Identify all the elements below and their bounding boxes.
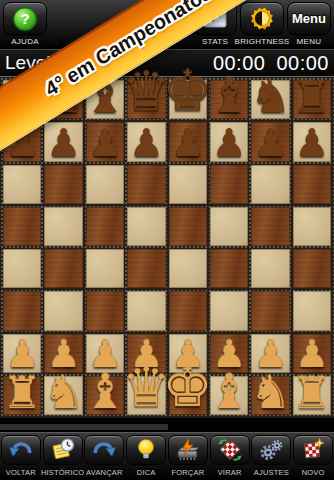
square-d7[interactable]: ♟ bbox=[127, 122, 165, 161]
undo-label: VOLTAR bbox=[6, 468, 36, 477]
square-a3[interactable] bbox=[3, 291, 41, 330]
hint-label: DICA bbox=[137, 468, 156, 477]
flip-board-button[interactable]: VIRAR bbox=[209, 435, 250, 477]
piece-white-bishop-f1: ♝ bbox=[208, 367, 251, 415]
new-game-button[interactable]: NOVO bbox=[293, 435, 334, 477]
piece-black-pawn-b7: ♟ bbox=[47, 124, 81, 162]
notes-clock-icon bbox=[50, 438, 76, 462]
brightness-button[interactable]: BRIGHTNESS bbox=[240, 2, 284, 46]
square-a4[interactable] bbox=[3, 249, 41, 288]
piece-white-pawn-c2: ♟ bbox=[88, 335, 122, 373]
undo-arrow-icon bbox=[8, 438, 34, 462]
piece-black-pawn-c7: ♟ bbox=[88, 124, 122, 162]
force-move-button[interactable]: FORÇAR bbox=[167, 435, 208, 477]
square-g6[interactable] bbox=[251, 165, 289, 204]
svg-text:?: ? bbox=[20, 10, 29, 27]
brightness-label: BRIGHTNESS bbox=[235, 37, 290, 46]
piece-white-pawn-g2: ♟ bbox=[253, 335, 287, 373]
square-e7[interactable]: ♟ bbox=[169, 122, 207, 161]
help-button[interactable]: ? AJUDA bbox=[3, 2, 47, 46]
square-b7[interactable]: ♟ bbox=[44, 122, 82, 161]
redo-button-face[interactable] bbox=[84, 435, 124, 465]
square-e1[interactable]: ♚ bbox=[169, 376, 207, 415]
force-move-button-face[interactable] bbox=[168, 435, 208, 465]
new-game-button-face[interactable] bbox=[293, 435, 333, 465]
stats-label: STATS bbox=[202, 37, 228, 46]
piece-black-bishop-f8: ♝ bbox=[208, 71, 251, 119]
piece-black-pawn-f7: ♟ bbox=[212, 124, 246, 162]
square-g3[interactable] bbox=[251, 291, 289, 330]
square-a5[interactable] bbox=[3, 207, 41, 246]
settings-label: AJUSTES bbox=[254, 468, 289, 477]
piece-black-knight-g8: ♞ bbox=[250, 73, 291, 119]
piece-black-pawn-h7: ♟ bbox=[295, 124, 329, 162]
square-f5[interactable] bbox=[210, 207, 248, 246]
piece-white-bishop-c1: ♝ bbox=[83, 367, 126, 415]
piece-white-pawn-a2: ♟ bbox=[5, 335, 39, 373]
piece-black-pawn-g7: ♟ bbox=[253, 124, 287, 162]
half-sun-icon bbox=[249, 7, 275, 31]
square-b6[interactable] bbox=[44, 165, 82, 204]
square-g1[interactable]: ♞ bbox=[251, 376, 289, 415]
piece-black-rook-h8: ♜ bbox=[292, 75, 331, 119]
square-c1[interactable]: ♝ bbox=[86, 376, 124, 415]
hint-button-face[interactable] bbox=[126, 435, 166, 465]
square-d1[interactable]: ♛ bbox=[127, 376, 165, 415]
piece-white-rook-a1: ♜ bbox=[2, 371, 41, 415]
square-c3[interactable] bbox=[86, 291, 124, 330]
square-c4[interactable] bbox=[86, 249, 124, 288]
settings-button[interactable]: AJUSTES bbox=[251, 435, 292, 477]
hint-button[interactable]: DICA bbox=[126, 435, 167, 477]
menu-button-face[interactable]: Menu bbox=[287, 2, 331, 35]
piece-white-knight-g1: ♞ bbox=[250, 369, 291, 415]
menu-button[interactable]: Menu MENU bbox=[287, 2, 331, 46]
square-b3[interactable] bbox=[44, 291, 82, 330]
question-mark-icon: ? bbox=[12, 6, 38, 32]
square-a2[interactable]: ♟ bbox=[3, 334, 41, 373]
square-b5[interactable] bbox=[44, 207, 82, 246]
square-f1[interactable]: ♝ bbox=[210, 376, 248, 415]
history-label: HISTÓRICO bbox=[41, 468, 84, 477]
divider-strip bbox=[0, 424, 168, 430]
chess-board[interactable]: ♜♞♝♛♚♝♞♜♟♟♟♟♟♟♟♟♟♟♟♟♟♟♟♟♜♞♝♛♚♝♞♜ bbox=[0, 76, 334, 420]
square-g4[interactable] bbox=[251, 249, 289, 288]
square-g2[interactable]: ♟ bbox=[251, 334, 289, 373]
gears-icon bbox=[258, 438, 284, 462]
redo-arrow-icon bbox=[91, 438, 117, 462]
new-game-star-icon bbox=[301, 438, 325, 462]
piece-white-rook-h1: ♜ bbox=[292, 371, 331, 415]
piece-white-pawn-d2: ♟ bbox=[129, 335, 163, 373]
app-screen: ? AJUDA STATS bbox=[0, 0, 334, 480]
square-e4[interactable] bbox=[169, 249, 207, 288]
help-label: AJUDA bbox=[11, 37, 39, 46]
square-f8[interactable]: ♝ bbox=[210, 80, 248, 119]
square-b2[interactable]: ♟ bbox=[44, 334, 82, 373]
square-c2[interactable]: ♟ bbox=[86, 334, 124, 373]
square-e5[interactable] bbox=[169, 207, 207, 246]
piece-black-pawn-e7: ♟ bbox=[171, 124, 205, 162]
square-b1[interactable]: ♞ bbox=[44, 376, 82, 415]
square-g5[interactable] bbox=[251, 207, 289, 246]
help-button-face[interactable]: ? bbox=[3, 2, 47, 35]
lightbulb-icon bbox=[134, 438, 158, 462]
square-d8[interactable]: ♛ bbox=[127, 80, 165, 119]
new-game-label: NOVO bbox=[302, 468, 325, 477]
piece-black-pawn-d7: ♟ bbox=[129, 124, 163, 162]
history-button[interactable]: HISTÓRICO bbox=[42, 435, 83, 477]
square-g7[interactable]: ♟ bbox=[251, 122, 289, 161]
square-h5[interactable] bbox=[293, 207, 331, 246]
white-clock: 00:00 bbox=[213, 52, 266, 75]
square-e2[interactable]: ♟ bbox=[169, 334, 207, 373]
square-e3[interactable] bbox=[169, 291, 207, 330]
undo-button[interactable]: VOLTAR bbox=[0, 435, 41, 477]
redo-label: AVANÇAR bbox=[86, 468, 123, 477]
square-d3[interactable] bbox=[127, 291, 165, 330]
square-d5[interactable] bbox=[127, 207, 165, 246]
piece-white-knight-b1: ♞ bbox=[43, 369, 84, 415]
square-g8[interactable]: ♞ bbox=[251, 80, 289, 119]
flip-board-label: VIRAR bbox=[218, 468, 242, 477]
force-move-label: FORÇAR bbox=[171, 468, 204, 477]
square-f3[interactable] bbox=[210, 291, 248, 330]
square-c7[interactable]: ♟ bbox=[86, 122, 124, 161]
flip-board-icon bbox=[217, 438, 243, 462]
brightness-button-face[interactable] bbox=[240, 2, 284, 35]
piece-white-pawn-f2: ♟ bbox=[212, 335, 246, 373]
menu-button-text: Menu bbox=[292, 11, 326, 26]
square-d2[interactable]: ♟ bbox=[127, 334, 165, 373]
square-h2[interactable]: ♟ bbox=[293, 334, 331, 373]
black-clock: 00:00 bbox=[276, 52, 329, 75]
square-h7[interactable]: ♟ bbox=[293, 122, 331, 161]
square-c6[interactable] bbox=[86, 165, 124, 204]
square-e8[interactable]: ♚ bbox=[169, 80, 207, 119]
square-f4[interactable] bbox=[210, 249, 248, 288]
square-h1[interactable]: ♜ bbox=[293, 376, 331, 415]
clocks: 00:00 00:00 bbox=[213, 52, 329, 75]
flip-board-button-face[interactable] bbox=[210, 435, 250, 465]
square-d6[interactable] bbox=[127, 165, 165, 204]
history-button-face[interactable] bbox=[43, 435, 83, 465]
square-e6[interactable] bbox=[169, 165, 207, 204]
square-h8[interactable]: ♜ bbox=[293, 80, 331, 119]
square-f6[interactable] bbox=[210, 165, 248, 204]
square-d4[interactable] bbox=[127, 249, 165, 288]
cpu-bolt-icon bbox=[174, 438, 202, 462]
square-a6[interactable] bbox=[3, 165, 41, 204]
square-h4[interactable] bbox=[293, 249, 331, 288]
square-h3[interactable] bbox=[293, 291, 331, 330]
piece-white-pawn-e2: ♟ bbox=[171, 335, 205, 373]
piece-white-pawn-h2: ♟ bbox=[295, 335, 329, 373]
square-c5[interactable] bbox=[86, 207, 124, 246]
square-f7[interactable]: ♟ bbox=[210, 122, 248, 161]
square-f2[interactable]: ♟ bbox=[210, 334, 248, 373]
square-b4[interactable] bbox=[44, 249, 82, 288]
redo-button[interactable]: AVANÇAR bbox=[84, 435, 125, 477]
square-a1[interactable]: ♜ bbox=[3, 376, 41, 415]
settings-button-face[interactable] bbox=[251, 435, 291, 465]
undo-button-face[interactable] bbox=[1, 435, 41, 465]
menu-label: MENU bbox=[297, 37, 322, 46]
bottom-toolbar: VOLTAR HISTÓRICO bbox=[0, 432, 334, 480]
square-h6[interactable] bbox=[293, 165, 331, 204]
piece-white-pawn-b2: ♟ bbox=[47, 335, 81, 373]
